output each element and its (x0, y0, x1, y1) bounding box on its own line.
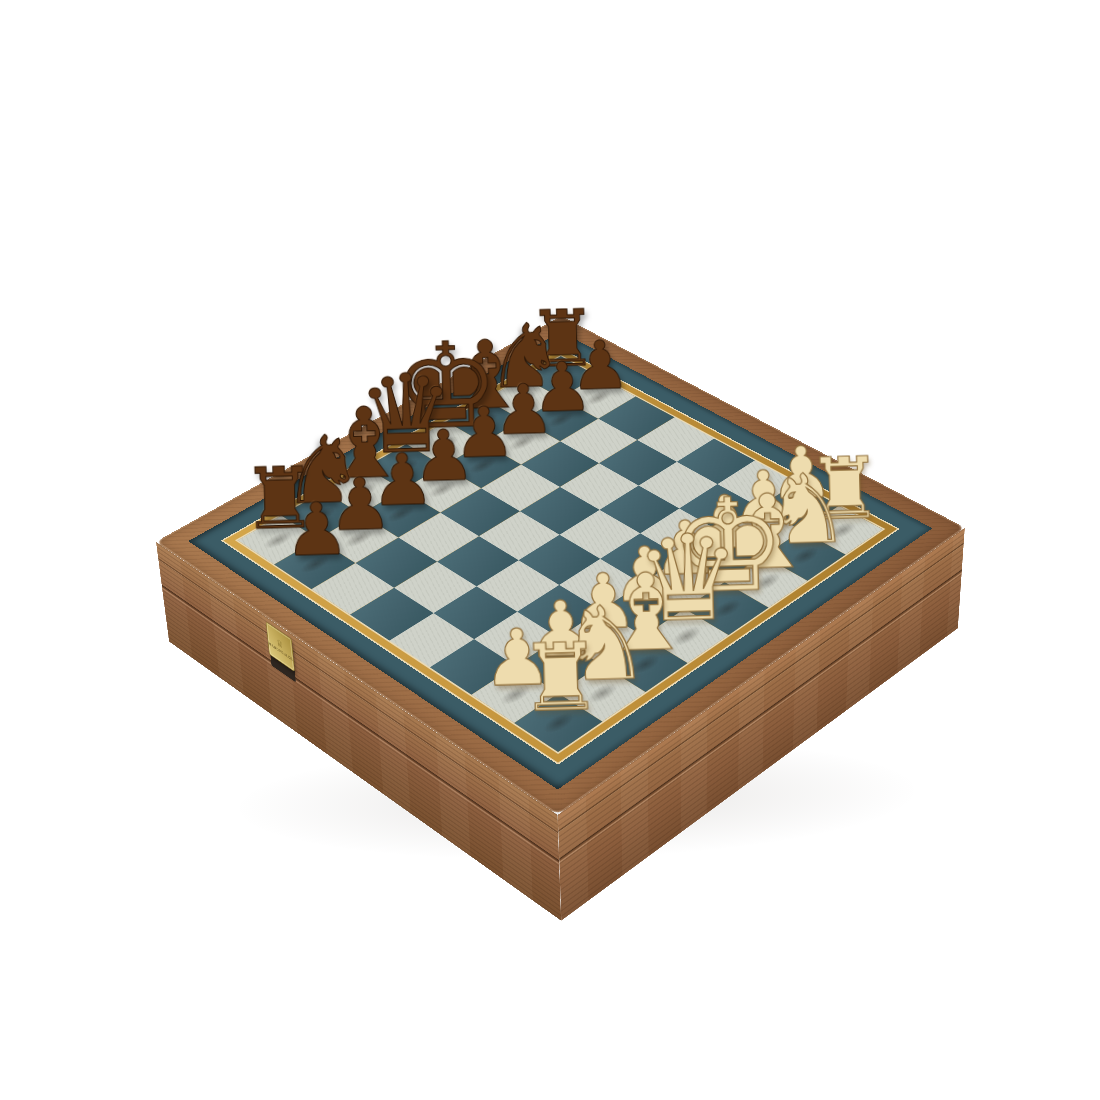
product-photo-stage: ♜♞♝♛♚♝♞♜♟♟♟♟♟♟♟♟♟♟♟♟♟♟♟♟♜♞♝♛♚♝♞♜ ♕ MANOP… (0, 0, 1100, 1100)
piece-white-rook: ♜ (489, 630, 633, 727)
wood-rim: ♜♞♝♛♚♝♞♜♟♟♟♟♟♟♟♟♟♟♟♟♟♟♟♟♜♞♝♛♚♝♞♜ (156, 316, 965, 815)
square-a1: ♜ (514, 693, 602, 752)
square-h5 (637, 417, 714, 461)
piece-black-pawn: ♟ (251, 491, 383, 567)
box-3d: ♜♞♝♛♚♝♞♜♟♟♟♟♟♟♟♟♟♟♟♟♟♟♟♟♜♞♝♛♚♝♞♜ ♕ MANOP… (156, 316, 965, 815)
scene: ♜♞♝♛♚♝♞♜♟♟♟♟♟♟♟♟♟♟♟♟♟♟♟♟♜♞♝♛♚♝♞♜ ♕ MANOP… (0, 0, 1100, 1100)
